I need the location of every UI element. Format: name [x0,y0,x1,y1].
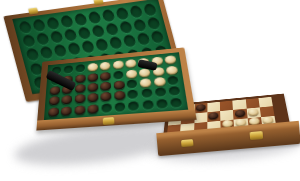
checker-piece-dark[interactable] [100,82,111,91]
checker-piece-dark[interactable] [48,107,59,116]
piece-recess [133,19,147,32]
checker-piece-dark[interactable] [209,112,219,120]
checker-piece-light[interactable] [164,55,176,64]
piece-recess [109,37,123,50]
brass-clasp-icon[interactable] [250,131,264,140]
piece-recess [60,15,74,28]
checker-piece-dark[interactable] [235,109,246,117]
tray-cell [47,106,60,118]
piece-recess [143,3,157,16]
tray-cell [113,101,127,113]
piece-recess [146,17,160,30]
piece-recess [36,33,50,46]
piece-recess [67,43,81,56]
tray-cell [154,97,170,110]
tray-cell [168,96,184,109]
checker-piece-dark[interactable] [113,80,124,89]
piece-recess [22,35,36,48]
checker-piece-light[interactable] [126,69,137,78]
brass-latch-icon[interactable] [103,117,115,125]
piece-recess [127,79,138,88]
piece-recess [77,27,91,40]
piece-recess [26,48,40,61]
piece-recess [46,17,60,30]
piece-recess [50,31,64,44]
checker-piece-dark[interactable] [88,73,99,82]
checker-piece-dark[interactable] [196,104,206,111]
checker-piece-dark[interactable] [100,72,111,81]
piece-recess [169,86,181,96]
tray-cell [127,100,142,112]
checker-piece-dark[interactable] [49,96,60,105]
checker-piece-light[interactable] [140,78,152,87]
piece-recess [54,45,68,58]
piece-recess [74,13,88,26]
piece-recess [113,70,123,79]
piece-recess [88,11,102,24]
checker-piece-dark[interactable] [74,94,85,103]
piece-recess [156,99,168,109]
piece-recess [40,46,54,59]
piece-recess [142,100,153,110]
box-tray [36,47,196,130]
tray-cell [73,104,86,116]
piece-recess [64,65,73,73]
checkers-set-photo [0,0,300,181]
checker-piece-light[interactable] [88,63,98,72]
piece-recess [170,98,182,108]
piece-recess [115,102,126,112]
checker-piece-dark[interactable] [75,74,85,83]
piece-recess [64,29,78,42]
checker-piece-dark[interactable] [50,86,61,95]
piece-recess [167,76,179,85]
piece-recess [32,19,46,32]
piece-recess [119,21,133,34]
piece-recess [101,103,111,113]
brass-clasp-icon[interactable] [181,139,194,147]
checker-piece-light[interactable] [113,60,124,69]
checker-piece-dark[interactable] [75,84,86,93]
checker-piece-dark[interactable] [88,93,99,102]
checker-piece-dark[interactable] [88,83,99,92]
piece-recess [76,64,85,73]
checker-piece-light[interactable] [125,59,136,68]
checker-piece-dark[interactable] [74,105,85,115]
piece-recess [81,41,95,54]
checker-piece-dark[interactable] [87,104,98,114]
piece-recess [19,21,33,34]
tray-cell [60,105,73,117]
tray-cell [86,103,99,115]
piece-recess [129,5,143,18]
piece-recess [101,9,115,22]
piece-recess [128,90,139,99]
tray-cell [140,99,155,111]
piece-recess [141,89,152,99]
tray-cell [100,102,114,114]
piece-recess [128,101,139,111]
piece-recess [136,33,150,46]
brass-hinge-icon [93,0,103,5]
piece-recess [91,25,105,38]
checker-piece-light[interactable] [100,62,111,71]
brass-hinge-icon [28,8,38,15]
checker-piece-dark[interactable] [62,95,73,104]
piece-recess [105,23,119,36]
piece-recess [155,88,167,98]
checker-piece-light[interactable] [166,65,178,74]
checker-piece-dark[interactable] [61,106,72,116]
piece-recess [150,31,164,44]
checker-piece-dark[interactable] [101,92,112,101]
checker-piece-light[interactable] [153,77,165,86]
piece-recess [95,39,109,52]
checker-piece-light[interactable] [248,108,259,116]
piece-recess [122,35,136,48]
piece-recess [115,7,129,20]
